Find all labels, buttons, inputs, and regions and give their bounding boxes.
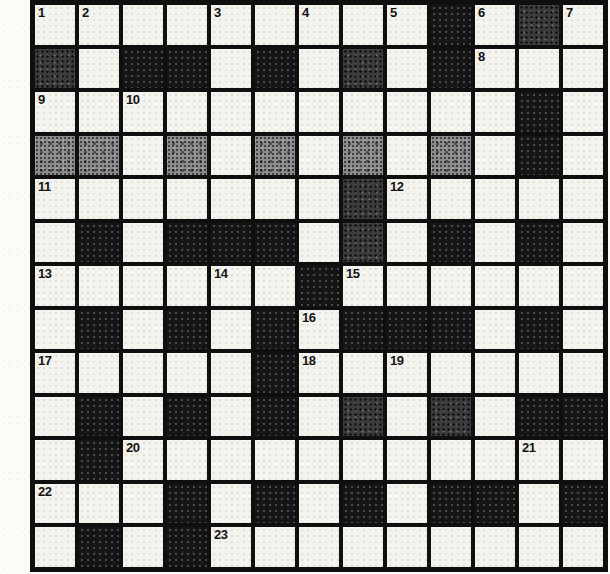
cell-r3c13[interactable] [563,92,603,132]
cell-r4c9[interactable] [387,136,427,176]
clue-number-6: 6 [478,6,485,20]
cell-r8c8-block [343,310,383,350]
cell-r10c4-block [167,397,207,437]
cell-r13c7[interactable] [299,527,339,567]
cell-r12c3[interactable] [123,484,163,524]
cell-r12c13-block [563,484,603,524]
cell-r8c12-block [519,310,559,350]
cell-r7c6[interactable] [255,266,295,306]
cell-r11c10[interactable] [431,440,471,480]
clue-number-16: 16 [302,311,315,325]
clue-number-3: 3 [214,6,221,20]
cell-r6c6-block [255,223,295,263]
clue-number-10: 10 [126,93,139,107]
cell-r11c7[interactable] [299,440,339,480]
cell-r8c6-block [255,310,295,350]
cell-r10c11[interactable] [475,397,515,437]
cell-r3c2[interactable] [79,92,119,132]
cell-r13c12[interactable] [519,527,559,567]
cell-r6c8-block [343,223,383,263]
cell-r4c2-block [79,136,119,176]
clue-number-7: 7 [566,6,573,20]
cell-r4c8-block [343,136,383,176]
cell-r1c9[interactable]: 5 [387,5,427,45]
cell-r11c11[interactable] [475,440,515,480]
clue-number-5: 5 [390,6,397,20]
cell-r13c2-block [79,527,119,567]
cell-r6c12-block [519,223,559,263]
cell-r2c8-block [343,49,383,89]
cell-r5c1[interactable]: 11 [35,179,75,219]
cell-r7c12[interactable] [519,266,559,306]
cell-r11c1[interactable] [35,440,75,480]
cell-r2c1-block [35,49,75,89]
cell-r13c5[interactable]: 23 [211,527,251,567]
cell-r3c1[interactable]: 9 [35,92,75,132]
cell-r3c9[interactable] [387,92,427,132]
cell-r6c9[interactable] [387,223,427,263]
cell-r12c2[interactable] [79,484,119,524]
cell-r8c3[interactable] [123,310,163,350]
cell-r11c13[interactable] [563,440,603,480]
clue-number-22: 22 [38,485,51,499]
cell-r5c11[interactable] [475,179,515,219]
cell-r13c11[interactable] [475,527,515,567]
cell-r5c2[interactable] [79,179,119,219]
cell-r11c5[interactable] [211,440,251,480]
cell-r11c12[interactable]: 21 [519,440,559,480]
clue-number-18: 18 [302,354,315,368]
cell-r8c1[interactable] [35,310,75,350]
cell-r4c13[interactable] [563,136,603,176]
cell-r13c4-block [167,527,207,567]
clue-number-20: 20 [126,441,139,455]
cell-r6c10-block [431,223,471,263]
scanned-page: 1234567891011121314151617181920212223 [0,0,610,574]
cell-r12c11-block [475,484,515,524]
cell-r7c4[interactable] [167,266,207,306]
cell-r10c3[interactable] [123,397,163,437]
cell-r6c1[interactable] [35,223,75,263]
cell-r13c6[interactable] [255,527,295,567]
cell-r10c1[interactable] [35,397,75,437]
cell-r12c8-block [343,484,383,524]
cell-r9c3[interactable] [123,353,163,393]
clue-number-21: 21 [522,441,535,455]
cell-r10c10-block [431,397,471,437]
cell-r2c11[interactable]: 8 [475,49,515,89]
cell-r5c4[interactable] [167,179,207,219]
cell-r5c9[interactable]: 12 [387,179,427,219]
cell-r12c10-block [431,484,471,524]
cell-r1c2[interactable]: 2 [79,5,119,45]
cell-r5c5[interactable] [211,179,251,219]
cell-r8c2-block [79,310,119,350]
cell-r10c6-block [255,397,295,437]
cell-r7c9[interactable] [387,266,427,306]
cell-r5c12[interactable] [519,179,559,219]
cell-r2c5[interactable] [211,49,251,89]
cell-r3c6[interactable] [255,92,295,132]
cell-r5c6[interactable] [255,179,295,219]
cell-r9c12[interactable] [519,353,559,393]
cell-r9c5[interactable] [211,353,251,393]
cell-r1c8[interactable] [343,5,383,45]
cell-r1c3[interactable] [123,5,163,45]
cell-r7c13[interactable] [563,266,603,306]
cell-r6c5-block [211,223,251,263]
cell-r10c9[interactable] [387,397,427,437]
cell-r11c2-block [79,440,119,480]
clue-number-9: 9 [38,93,45,107]
cell-r13c8[interactable] [343,527,383,567]
cell-r9c6-block [255,353,295,393]
cell-r2c3-block [123,49,163,89]
cell-r12c1[interactable]: 22 [35,484,75,524]
clue-number-12: 12 [390,180,403,194]
cell-r3c4[interactable] [167,92,207,132]
cell-r8c11[interactable] [475,310,515,350]
cell-r4c5[interactable] [211,136,251,176]
cell-r11c8[interactable] [343,440,383,480]
cell-r7c1[interactable]: 13 [35,266,75,306]
cell-r4c4-block [167,136,207,176]
cell-r13c1[interactable] [35,527,75,567]
cell-r1c13[interactable]: 7 [563,5,603,45]
cell-r3c12-block [519,92,559,132]
cell-r9c4[interactable] [167,353,207,393]
cell-r1c10-block [431,5,471,45]
clue-number-11: 11 [38,180,51,194]
cell-r3c8[interactable] [343,92,383,132]
cell-r4c7[interactable] [299,136,339,176]
clue-number-13: 13 [38,267,51,281]
cell-r4c10-block [431,136,471,176]
cell-r6c13[interactable] [563,223,603,263]
cell-r1c12-block [519,5,559,45]
cell-r9c1[interactable]: 17 [35,353,75,393]
cell-r11c3[interactable]: 20 [123,440,163,480]
cell-r6c4-block [167,223,207,263]
cell-r10c13-block [563,397,603,437]
clue-number-8: 8 [478,50,485,64]
cell-r2c9[interactable] [387,49,427,89]
cell-r12c4-block [167,484,207,524]
cell-r4c1-block [35,136,75,176]
cell-r5c3[interactable] [123,179,163,219]
cell-r2c12[interactable] [519,49,559,89]
cell-r7c7-block [299,266,339,306]
cell-r9c2[interactable] [79,353,119,393]
cell-r9c13[interactable] [563,353,603,393]
cell-r1c1[interactable]: 1 [35,5,75,45]
cell-r8c10-block [431,310,471,350]
cell-r9c10[interactable] [431,353,471,393]
clue-number-17: 17 [38,354,51,368]
cell-r7c10[interactable] [431,266,471,306]
cell-r12c12[interactable] [519,484,559,524]
cell-r3c11[interactable] [475,92,515,132]
cell-r1c11[interactable]: 6 [475,5,515,45]
cell-r4c3[interactable] [123,136,163,176]
clue-number-2: 2 [82,6,89,20]
cell-r8c5[interactable] [211,310,251,350]
cell-r8c7[interactable]: 16 [299,310,339,350]
cell-r7c5[interactable]: 14 [211,266,251,306]
cell-r3c10[interactable] [431,92,471,132]
cell-r2c4-block [167,49,207,89]
cell-r13c13[interactable] [563,527,603,567]
cell-r7c8[interactable]: 15 [343,266,383,306]
cell-r3c5[interactable] [211,92,251,132]
cell-r12c7[interactable] [299,484,339,524]
cell-r7c2[interactable] [79,266,119,306]
cell-r8c4-block [167,310,207,350]
cell-r4c11[interactable] [475,136,515,176]
cell-r6c11[interactable] [475,223,515,263]
cell-r7c11[interactable] [475,266,515,306]
cell-r9c8[interactable] [343,353,383,393]
cell-r8c9-block [387,310,427,350]
cell-r13c3[interactable] [123,527,163,567]
cell-r3c7[interactable] [299,92,339,132]
cell-r5c8-block [343,179,383,219]
cell-r2c2[interactable] [79,49,119,89]
cell-r1c5[interactable]: 3 [211,5,251,45]
clue-number-1: 1 [38,6,45,20]
cell-r12c9[interactable] [387,484,427,524]
cell-r5c13[interactable] [563,179,603,219]
cell-r7c3[interactable] [123,266,163,306]
cell-r2c13[interactable] [563,49,603,89]
cell-r12c6-block [255,484,295,524]
cell-r12c5[interactable] [211,484,251,524]
cell-r10c12-block [519,397,559,437]
cell-r9c11[interactable] [475,353,515,393]
cell-r2c6-block [255,49,295,89]
cell-r10c2-block [79,397,119,437]
cell-r2c7[interactable] [299,49,339,89]
cell-r5c10[interactable] [431,179,471,219]
cell-r4c6-block [255,136,295,176]
cell-r13c9[interactable] [387,527,427,567]
cell-r10c8-block [343,397,383,437]
cell-r4c12-block [519,136,559,176]
cell-r5c7[interactable] [299,179,339,219]
cell-r10c5[interactable] [211,397,251,437]
cell-r10c7[interactable] [299,397,339,437]
cell-r1c4[interactable] [167,5,207,45]
crossword-board: 1234567891011121314151617181920212223 [30,0,608,572]
cell-r1c7[interactable]: 4 [299,5,339,45]
clue-number-19: 19 [390,354,403,368]
clue-number-15: 15 [346,267,359,281]
cell-r6c3[interactable] [123,223,163,263]
cell-r2c10-block [431,49,471,89]
cell-r1c6[interactable] [255,5,295,45]
cell-r11c9[interactable] [387,440,427,480]
cell-r8c13[interactable] [563,310,603,350]
cell-r13c10[interactable] [431,527,471,567]
clue-number-4: 4 [302,6,309,20]
cell-r6c7[interactable] [299,223,339,263]
clue-number-14: 14 [214,267,227,281]
clue-number-23: 23 [214,528,227,542]
cell-r6c2-block [79,223,119,263]
cell-r9c7[interactable]: 18 [299,353,339,393]
cell-r11c6[interactable] [255,440,295,480]
cell-r11c4[interactable] [167,440,207,480]
cell-r3c3[interactable]: 10 [123,92,163,132]
cell-r9c9[interactable]: 19 [387,353,427,393]
